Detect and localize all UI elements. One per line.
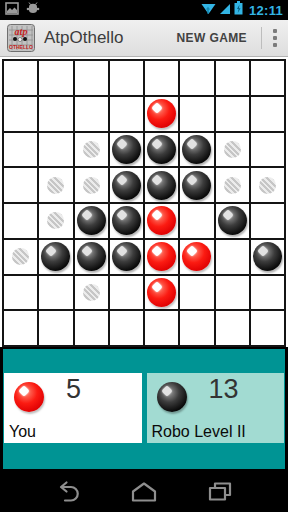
legal-move-hint: [47, 212, 64, 229]
board-cell-d7[interactable]: [110, 276, 143, 310]
app-title: AtpOthello: [44, 28, 123, 48]
board-cell-d1[interactable]: [110, 61, 143, 95]
board-cell-d5[interactable]: [110, 204, 143, 238]
board-cell-e8[interactable]: [145, 311, 178, 345]
black-disc-icon: [157, 382, 187, 412]
player-card-robo: 13 Robo Level II: [147, 373, 285, 443]
board-cell-f3[interactable]: [180, 133, 213, 167]
board-cell-c5[interactable]: [75, 204, 108, 238]
board-cell-e3[interactable]: [145, 133, 178, 167]
board-cell-b2[interactable]: [39, 97, 72, 131]
black-disc: [253, 242, 282, 271]
board-cell-e5[interactable]: [145, 204, 178, 238]
board-cell-f7[interactable]: [180, 276, 213, 310]
black-disc: [112, 135, 141, 164]
board-cell-f6[interactable]: [180, 240, 213, 274]
legal-move-hint: [83, 141, 100, 158]
board-cell-f1[interactable]: [180, 61, 213, 95]
black-disc: [182, 135, 211, 164]
navigation-bar: [0, 472, 288, 512]
board-cell-g2[interactable]: [216, 97, 249, 131]
black-disc: [147, 135, 176, 164]
board-cell-b7[interactable]: [39, 276, 72, 310]
board-cell-h6[interactable]: [251, 240, 284, 274]
board-cell-d4[interactable]: [110, 168, 143, 202]
red-disc: [182, 242, 211, 271]
usb-debug-android-icon: [25, 1, 41, 19]
board-cell-c4[interactable]: [75, 168, 108, 202]
battery-charging-icon: [234, 1, 243, 19]
board-cell-c1[interactable]: [75, 61, 108, 95]
board-cell-d2[interactable]: [110, 97, 143, 131]
board-cell-e1[interactable]: [145, 61, 178, 95]
board-cell-a6[interactable]: [4, 240, 37, 274]
atp-othello-screen: 12:11 atp OTHELLO AtpOthello: [0, 0, 288, 512]
board-cell-e4[interactable]: [145, 168, 178, 202]
screenshot-icon: [5, 1, 19, 19]
board-cell-c8[interactable]: [75, 311, 108, 345]
board-cell-a8[interactable]: [4, 311, 37, 345]
board-cell-h5[interactable]: [251, 204, 284, 238]
board-cell-e6[interactable]: [145, 240, 178, 274]
board-cell-g3[interactable]: [216, 133, 249, 167]
board-cell-g4[interactable]: [216, 168, 249, 202]
red-disc-icon: [14, 382, 44, 412]
board-cell-h1[interactable]: [251, 61, 284, 95]
red-disc: [147, 278, 176, 307]
you-label: You: [9, 423, 36, 441]
overflow-menu-icon[interactable]: [262, 29, 288, 47]
score-panel: 5 You 13 Robo Level II: [0, 347, 288, 472]
board-cell-g6[interactable]: [216, 240, 249, 274]
board-cell-h4[interactable]: [251, 168, 284, 202]
legal-move-hint: [224, 177, 241, 194]
back-icon[interactable]: [54, 479, 82, 505]
board-cell-b6[interactable]: [39, 240, 72, 274]
black-disc: [147, 171, 176, 200]
status-bar: 12:11: [0, 0, 288, 20]
black-disc: [77, 242, 106, 271]
red-disc: [147, 242, 176, 271]
board-cell-c2[interactable]: [75, 97, 108, 131]
legal-move-hint: [83, 284, 100, 301]
board-cell-c7[interactable]: [75, 276, 108, 310]
board-cell-c6[interactable]: [75, 240, 108, 274]
board-cell-h8[interactable]: [251, 311, 284, 345]
board-cell-f4[interactable]: [180, 168, 213, 202]
board-cell-a2[interactable]: [4, 97, 37, 131]
board-cell-f2[interactable]: [180, 97, 213, 131]
svg-text:OTHELLO: OTHELLO: [9, 44, 33, 50]
board-cell-a3[interactable]: [4, 133, 37, 167]
board: [2, 59, 286, 347]
legal-move-hint: [224, 141, 241, 158]
board-cell-e7[interactable]: [145, 276, 178, 310]
clock: 12:11: [249, 3, 283, 18]
board-cell-g1[interactable]: [216, 61, 249, 95]
app-icon: atp OTHELLO: [7, 24, 35, 52]
board-cell-g8[interactable]: [216, 311, 249, 345]
red-disc: [147, 99, 176, 128]
new-game-button[interactable]: NEW GAME: [162, 20, 261, 56]
board-cell-g7[interactable]: [216, 276, 249, 310]
black-disc: [112, 171, 141, 200]
board-cell-a5[interactable]: [4, 204, 37, 238]
black-disc: [182, 171, 211, 200]
board-cell-h2[interactable]: [251, 97, 284, 131]
you-score: 5: [66, 374, 81, 405]
board-cell-b4[interactable]: [39, 168, 72, 202]
board-cell-a7[interactable]: [4, 276, 37, 310]
wifi-icon: [201, 1, 216, 19]
legal-move-hint: [259, 177, 276, 194]
board-cell-b3[interactable]: [39, 133, 72, 167]
red-disc: [147, 206, 176, 235]
board-cell-f8[interactable]: [180, 311, 213, 345]
legal-move-hint: [83, 177, 100, 194]
home-icon[interactable]: [129, 479, 159, 505]
board-cell-d8[interactable]: [110, 311, 143, 345]
svg-text:atp: atp: [15, 26, 28, 37]
legal-move-hint: [12, 248, 29, 265]
signal-icon: [219, 1, 231, 19]
board-cell-b8[interactable]: [39, 311, 72, 345]
black-disc: [77, 206, 106, 235]
action-bar: atp OTHELLO AtpOthello NEW GAME: [0, 20, 288, 57]
recents-icon[interactable]: [206, 479, 234, 505]
robo-score: 13: [209, 374, 239, 405]
board-cell-d3[interactable]: [110, 133, 143, 167]
robo-label: Robo Level II: [152, 423, 246, 441]
board-cell-h7[interactable]: [251, 276, 284, 310]
board-cell-g5[interactable]: [216, 204, 249, 238]
legal-move-hint: [47, 177, 64, 194]
board-cell-a1[interactable]: [4, 61, 37, 95]
black-disc: [218, 206, 247, 235]
board-cell-e2[interactable]: [145, 97, 178, 131]
board-cell-c3[interactable]: [75, 133, 108, 167]
black-disc: [112, 242, 141, 271]
black-disc: [112, 206, 141, 235]
board-cell-f5[interactable]: [180, 204, 213, 238]
black-disc: [41, 242, 70, 271]
player-card-you: 5 You: [4, 373, 142, 443]
board-cell-b1[interactable]: [39, 61, 72, 95]
board-cell-d6[interactable]: [110, 240, 143, 274]
board-cell-h3[interactable]: [251, 133, 284, 167]
board-cell-b5[interactable]: [39, 204, 72, 238]
board-cell-a4[interactable]: [4, 168, 37, 202]
